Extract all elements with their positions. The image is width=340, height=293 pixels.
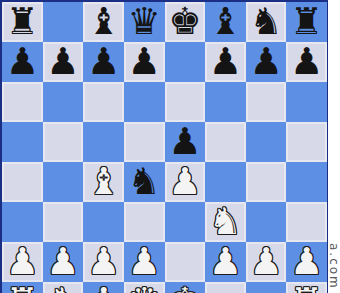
square-a5[interactable] — [2, 122, 43, 162]
square-d5[interactable] — [124, 122, 165, 162]
white-king: ♚ — [168, 282, 201, 293]
square-b4[interactable] — [43, 162, 84, 202]
black-pawn: ♟ — [46, 42, 79, 82]
white-knight: ♞ — [46, 282, 79, 293]
square-d4[interactable]: ♞ — [124, 162, 165, 202]
square-f7[interactable]: ♟ — [205, 42, 246, 82]
square-e4[interactable]: ♟ — [165, 162, 206, 202]
square-c5[interactable] — [83, 122, 124, 162]
square-e6[interactable] — [165, 82, 206, 122]
square-e2[interactable] — [165, 242, 206, 282]
black-bishop: ♝ — [87, 2, 120, 42]
black-pawn: ♟ — [249, 42, 282, 82]
square-a3[interactable] — [2, 202, 43, 242]
square-d1[interactable]: ♛ — [124, 282, 165, 293]
watermark-text: a.com — [327, 243, 340, 290]
right-sidebar: a.com — [328, 0, 340, 293]
square-f6[interactable] — [205, 82, 246, 122]
white-pawn: ♟ — [87, 242, 120, 282]
square-f2[interactable]: ♟ — [205, 242, 246, 282]
white-bishop: ♝ — [87, 282, 120, 293]
black-pawn: ♟ — [209, 42, 242, 82]
square-c2[interactable]: ♟ — [83, 242, 124, 282]
black-pawn: ♟ — [290, 42, 323, 82]
white-pawn: ♟ — [209, 242, 242, 282]
square-h3[interactable] — [286, 202, 327, 242]
square-e5[interactable]: ♟ — [165, 122, 206, 162]
square-e7[interactable] — [165, 42, 206, 82]
square-f1[interactable] — [205, 282, 246, 293]
square-g8[interactable]: ♞ — [246, 2, 287, 42]
square-a2[interactable]: ♟ — [2, 242, 43, 282]
square-d6[interactable] — [124, 82, 165, 122]
square-g3[interactable] — [246, 202, 287, 242]
black-knight: ♞ — [249, 2, 282, 42]
square-e3[interactable] — [165, 202, 206, 242]
white-pawn: ♟ — [6, 242, 39, 282]
square-f4[interactable] — [205, 162, 246, 202]
square-g7[interactable]: ♟ — [246, 42, 287, 82]
square-g4[interactable] — [246, 162, 287, 202]
square-a7[interactable]: ♟ — [2, 42, 43, 82]
square-b7[interactable]: ♟ — [43, 42, 84, 82]
chess-board: ♜♝♛♚♝♞♜♟♟♟♟♟♟♟♟♝♞♟♞♟♟♟♟♟♟♟♜♞♝♛♚♜ — [0, 0, 328, 293]
black-pawn: ♟ — [168, 122, 201, 162]
square-h1[interactable]: ♜ — [286, 282, 327, 293]
white-pawn: ♟ — [249, 242, 282, 282]
white-pawn: ♟ — [168, 162, 201, 202]
square-b2[interactable]: ♟ — [43, 242, 84, 282]
square-h2[interactable]: ♟ — [286, 242, 327, 282]
square-c1[interactable]: ♝ — [83, 282, 124, 293]
white-rook: ♜ — [290, 282, 323, 293]
square-h8[interactable]: ♜ — [286, 2, 327, 42]
square-e1[interactable]: ♚ — [165, 282, 206, 293]
black-pawn: ♟ — [87, 42, 120, 82]
square-g1[interactable] — [246, 282, 287, 293]
square-f5[interactable] — [205, 122, 246, 162]
black-rook: ♜ — [290, 2, 323, 42]
square-a4[interactable] — [2, 162, 43, 202]
square-a8[interactable]: ♜ — [2, 2, 43, 42]
white-queen: ♛ — [128, 282, 161, 293]
square-d7[interactable]: ♟ — [124, 42, 165, 82]
square-a1[interactable]: ♜ — [2, 282, 43, 293]
square-b6[interactable] — [43, 82, 84, 122]
square-c8[interactable]: ♝ — [83, 2, 124, 42]
black-knight: ♞ — [128, 162, 161, 202]
square-h6[interactable] — [286, 82, 327, 122]
black-queen: ♛ — [128, 2, 161, 42]
black-bishop: ♝ — [209, 2, 242, 42]
square-g6[interactable] — [246, 82, 287, 122]
white-pawn: ♟ — [128, 242, 161, 282]
square-c7[interactable]: ♟ — [83, 42, 124, 82]
white-rook: ♜ — [6, 282, 39, 293]
square-d8[interactable]: ♛ — [124, 2, 165, 42]
square-b1[interactable]: ♞ — [43, 282, 84, 293]
square-g2[interactable]: ♟ — [246, 242, 287, 282]
square-d3[interactable] — [124, 202, 165, 242]
square-f3[interactable]: ♞ — [205, 202, 246, 242]
square-f8[interactable]: ♝ — [205, 2, 246, 42]
square-b3[interactable] — [43, 202, 84, 242]
white-pawn: ♟ — [46, 242, 79, 282]
white-bishop: ♝ — [87, 162, 120, 202]
square-a6[interactable] — [2, 82, 43, 122]
black-pawn: ♟ — [128, 42, 161, 82]
black-rook: ♜ — [6, 2, 39, 42]
square-b8[interactable] — [43, 2, 84, 42]
square-g5[interactable] — [246, 122, 287, 162]
black-king: ♚ — [168, 2, 201, 42]
screenshot-root: ♜♝♛♚♝♞♜♟♟♟♟♟♟♟♟♝♞♟♞♟♟♟♟♟♟♟♜♞♝♛♚♜ a.com — [0, 0, 340, 293]
square-c3[interactable] — [83, 202, 124, 242]
white-knight: ♞ — [209, 202, 242, 242]
black-pawn: ♟ — [6, 42, 39, 82]
white-pawn: ♟ — [290, 242, 323, 282]
square-d2[interactable]: ♟ — [124, 242, 165, 282]
square-h7[interactable]: ♟ — [286, 42, 327, 82]
square-e8[interactable]: ♚ — [165, 2, 206, 42]
square-h4[interactable] — [286, 162, 327, 202]
square-b5[interactable] — [43, 122, 84, 162]
square-c4[interactable]: ♝ — [83, 162, 124, 202]
square-c6[interactable] — [83, 82, 124, 122]
square-h5[interactable] — [286, 122, 327, 162]
